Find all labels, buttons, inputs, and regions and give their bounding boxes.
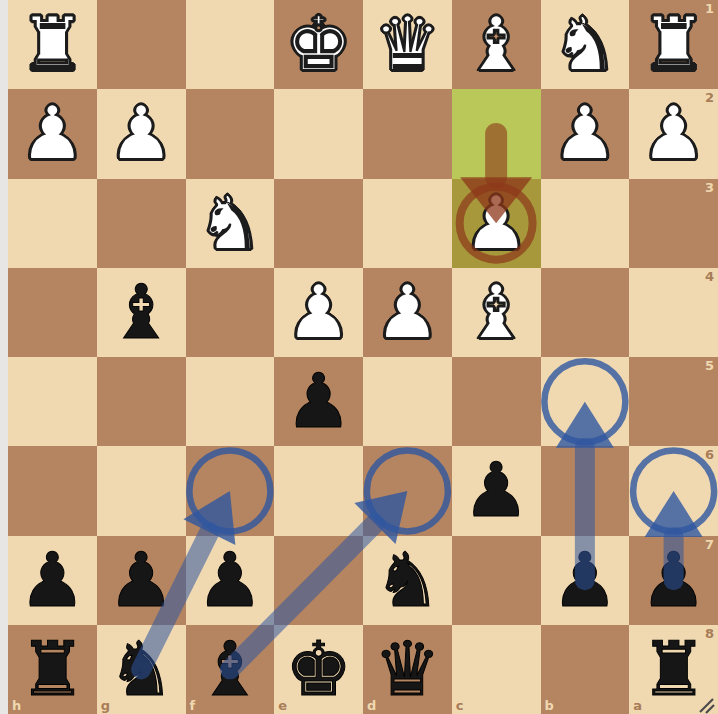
square-a5[interactable]: 5 (629, 357, 718, 446)
piece-black-pawn-e5[interactable]: ♟ (274, 357, 363, 446)
square-e2[interactable] (274, 89, 363, 178)
piece-black-rook-a8[interactable]: ♜ (629, 625, 718, 714)
piece-black-queen-d8[interactable]: ♛ (363, 625, 452, 714)
piece-white-knight-f3[interactable]: ♞ (186, 179, 275, 268)
piece-black-pawn-h7[interactable]: ♟ (8, 536, 97, 625)
file-label-b: b (545, 699, 554, 712)
square-g5[interactable] (97, 357, 186, 446)
square-f5[interactable] (186, 357, 275, 446)
file-label-c: c (456, 699, 464, 712)
piece-white-pawn-c3[interactable]: ♟ (452, 179, 541, 268)
square-a6[interactable]: 6 (629, 446, 718, 535)
rank-label-4: 4 (705, 270, 714, 283)
square-f1[interactable] (186, 0, 275, 89)
rank-label-5: 5 (705, 359, 714, 372)
piece-white-rook-h1[interactable]: ♜ (8, 0, 97, 89)
square-h4[interactable] (8, 268, 97, 357)
square-h6[interactable] (8, 446, 97, 535)
square-c2[interactable] (452, 89, 541, 178)
square-e7[interactable] (274, 536, 363, 625)
square-g3[interactable] (97, 179, 186, 268)
piece-black-bishop-g4[interactable]: ♝ (97, 268, 186, 357)
piece-white-bishop-c4[interactable]: ♝ (452, 268, 541, 357)
square-h3[interactable] (8, 179, 97, 268)
piece-white-queen-d1[interactable]: ♛ (363, 0, 452, 89)
piece-black-knight-d7[interactable]: ♞ (363, 536, 452, 625)
piece-white-pawn-h2[interactable]: ♟ (8, 89, 97, 178)
page-background: 1234567hgfedcb8a ♜♚♛♝♞♜♟♟♟♟♞♟♝♟♟♝♟♟♟♟♟♞♟… (0, 0, 718, 714)
rank-label-3: 3 (705, 181, 714, 194)
square-b3[interactable] (541, 179, 630, 268)
square-b6[interactable] (541, 446, 630, 535)
piece-white-bishop-c1[interactable]: ♝ (452, 0, 541, 89)
piece-white-pawn-d4[interactable]: ♟ (363, 268, 452, 357)
square-b8[interactable]: b (541, 625, 630, 714)
square-c5[interactable] (452, 357, 541, 446)
piece-white-rook-a1[interactable]: ♜ (629, 0, 718, 89)
piece-white-knight-b1[interactable]: ♞ (541, 0, 630, 89)
square-f6[interactable] (186, 446, 275, 535)
piece-white-pawn-e4[interactable]: ♟ (274, 268, 363, 357)
square-g6[interactable] (97, 446, 186, 535)
piece-white-pawn-a2[interactable]: ♟ (629, 89, 718, 178)
square-c7[interactable] (452, 536, 541, 625)
square-d5[interactable] (363, 357, 452, 446)
piece-black-rook-h8[interactable]: ♜ (8, 625, 97, 714)
chess-board[interactable]: 1234567hgfedcb8a ♜♚♛♝♞♜♟♟♟♟♞♟♝♟♟♝♟♟♟♟♟♞♟… (8, 0, 718, 714)
square-d3[interactable] (363, 179, 452, 268)
piece-black-pawn-c6[interactable]: ♟ (452, 446, 541, 535)
square-a4[interactable]: 4 (629, 268, 718, 357)
square-b4[interactable] (541, 268, 630, 357)
square-c8[interactable]: c (452, 625, 541, 714)
piece-black-pawn-f7[interactable]: ♟ (186, 536, 275, 625)
piece-black-knight-g8[interactable]: ♞ (97, 625, 186, 714)
piece-black-king-e8[interactable]: ♚ (274, 625, 363, 714)
square-d2[interactable] (363, 89, 452, 178)
piece-black-pawn-b7[interactable]: ♟ (541, 536, 630, 625)
square-h5[interactable] (8, 357, 97, 446)
square-b5[interactable] (541, 357, 630, 446)
piece-black-pawn-a7[interactable]: ♟ (629, 536, 718, 625)
piece-black-pawn-g7[interactable]: ♟ (97, 536, 186, 625)
square-f2[interactable] (186, 89, 275, 178)
square-e6[interactable] (274, 446, 363, 535)
square-e3[interactable] (274, 179, 363, 268)
piece-black-bishop-f8[interactable]: ♝ (186, 625, 275, 714)
square-f4[interactable] (186, 268, 275, 357)
square-a3[interactable]: 3 (629, 179, 718, 268)
piece-white-pawn-g2[interactable]: ♟ (97, 89, 186, 178)
square-g1[interactable] (97, 0, 186, 89)
rank-label-6: 6 (705, 448, 714, 461)
piece-white-pawn-b2[interactable]: ♟ (541, 89, 630, 178)
square-d6[interactable] (363, 446, 452, 535)
piece-white-king-e1[interactable]: ♚ (274, 0, 363, 89)
